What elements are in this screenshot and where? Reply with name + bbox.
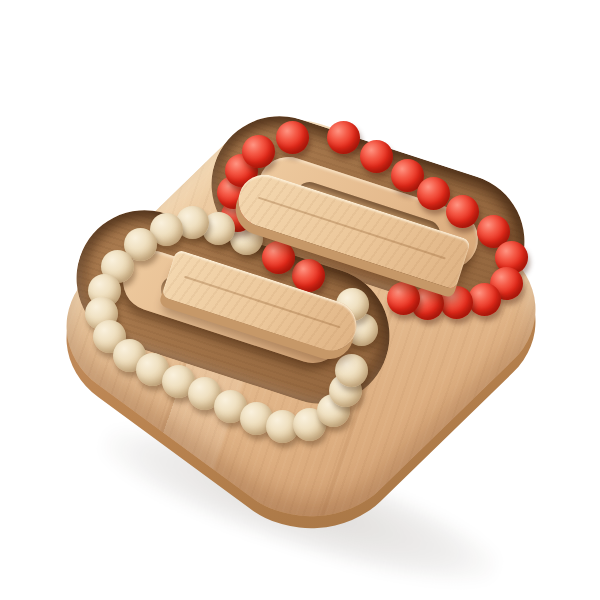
ball-red[interactable] bbox=[360, 140, 393, 173]
ball-red[interactable] bbox=[276, 121, 309, 154]
ball-white[interactable] bbox=[335, 354, 368, 387]
puzzle-scene bbox=[0, 0, 600, 600]
ball-red[interactable] bbox=[387, 282, 420, 315]
ball-red[interactable] bbox=[327, 121, 360, 154]
ball-red[interactable] bbox=[242, 135, 275, 168]
ball-red[interactable] bbox=[262, 241, 295, 274]
ball-red[interactable] bbox=[440, 286, 473, 319]
ball-red[interactable] bbox=[292, 259, 325, 292]
ball-red[interactable] bbox=[417, 177, 450, 210]
ball-red[interactable] bbox=[446, 195, 479, 228]
